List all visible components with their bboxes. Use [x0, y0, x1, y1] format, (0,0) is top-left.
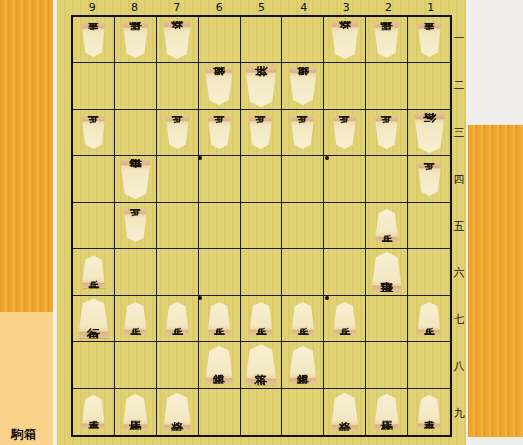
- shogi-piece-bishop-sente[interactable]: 角行: [77, 298, 110, 338]
- board-cell-2三[interactable]: 歩兵: [366, 110, 408, 156]
- board-cell-7二[interactable]: [157, 63, 199, 109]
- board-cell-1二[interactable]: [408, 63, 450, 109]
- board-cell-5一[interactable]: [241, 17, 283, 63]
- board-cell-4九[interactable]: [282, 389, 324, 435]
- board-cell-8四[interactable]: 飛車: [115, 156, 157, 202]
- rank-label-5: 五: [452, 203, 466, 250]
- rank-label-1: 一: [452, 15, 466, 62]
- board-cell-9八[interactable]: [73, 342, 115, 388]
- board-cell-7八[interactable]: [157, 342, 199, 388]
- shogi-app-window: 駒箱 987654321 香車桂馬金将金将桂馬香車銀将王将銀将歩兵歩兵歩兵歩兵歩…: [0, 0, 523, 445]
- board-cell-8五[interactable]: 歩兵: [115, 203, 157, 249]
- board-cell-5七[interactable]: 歩兵: [241, 296, 283, 342]
- file-label-5: 5: [240, 0, 282, 15]
- shogi-piece-lance-gote[interactable]: 香車: [417, 23, 442, 57]
- board-cell-1一[interactable]: 香車: [408, 17, 450, 63]
- board-cell-7三[interactable]: 歩兵: [157, 110, 199, 156]
- board-cell-8一[interactable]: 桂馬: [115, 17, 157, 63]
- shogi-piece-pawn-sente[interactable]: 歩兵: [290, 302, 315, 335]
- board-cell-6二[interactable]: 銀将: [199, 63, 241, 109]
- shogi-piece-rook-gote[interactable]: 飛車: [119, 159, 152, 199]
- shogi-piece-gold-sente[interactable]: 金将: [162, 393, 192, 431]
- board-cell-6八[interactable]: 銀将: [199, 342, 241, 388]
- file-coordinate-labels: 987654321: [71, 0, 452, 15]
- board-cell-1九[interactable]: 香車: [408, 389, 450, 435]
- file-label-9: 9: [71, 0, 113, 15]
- board-cell-6九[interactable]: [199, 389, 241, 435]
- rank-coordinate-labels: 一二三四五六七八九: [452, 15, 466, 437]
- board-cell-3六[interactable]: [324, 249, 366, 295]
- board-cell-8七[interactable]: 歩兵: [115, 296, 157, 342]
- board-cell-6五[interactable]: [199, 203, 241, 249]
- board-cell-3八[interactable]: [324, 342, 366, 388]
- board-cell-3七[interactable]: 歩兵: [324, 296, 366, 342]
- board-cell-5三[interactable]: 歩兵: [241, 110, 283, 156]
- board-cell-7一[interactable]: 金将: [157, 17, 199, 63]
- shogi-piece-pawn-sente[interactable]: 歩兵: [81, 255, 106, 288]
- shogi-piece-gold-gote[interactable]: 金将: [330, 21, 360, 59]
- shogi-piece-pawn-sente[interactable]: 歩兵: [207, 302, 232, 335]
- shogi-piece-pawn-gote[interactable]: 歩兵: [290, 116, 315, 149]
- file-label-1: 1: [410, 0, 452, 15]
- board-cell-3一[interactable]: 金将: [324, 17, 366, 63]
- board-cell-5六[interactable]: [241, 249, 283, 295]
- board-cell-5四[interactable]: [241, 156, 283, 202]
- board-cell-9一[interactable]: 香車: [73, 17, 115, 63]
- shogi-piece-pawn-gote[interactable]: 歩兵: [165, 116, 190, 149]
- shogi-piece-pawn-gote[interactable]: 歩兵: [207, 116, 232, 149]
- board-cell-1五[interactable]: [408, 203, 450, 249]
- shogi-piece-pawn-sente[interactable]: 歩兵: [248, 302, 273, 335]
- board-cell-8九[interactable]: 桂馬: [115, 389, 157, 435]
- board-cell-3二[interactable]: [324, 63, 366, 109]
- sente-piece-stand[interactable]: [468, 125, 523, 437]
- shogi-piece-knight-gote[interactable]: 桂馬: [373, 22, 400, 58]
- board-cell-6一[interactable]: [199, 17, 241, 63]
- shogi-piece-silver-gote[interactable]: 銀将: [204, 67, 234, 105]
- file-label-6: 6: [198, 0, 240, 15]
- shogi-piece-silver-sente[interactable]: 銀将: [288, 346, 318, 384]
- board-cell-6四[interactable]: [199, 156, 241, 202]
- shogi-piece-silver-sente[interactable]: 銀将: [204, 346, 234, 384]
- shogi-board[interactable]: 香車桂馬金将金将桂馬香車銀将王将銀将歩兵歩兵歩兵歩兵歩兵歩兵歩兵角行飛車歩兵歩兵…: [71, 15, 452, 437]
- board-cell-2五[interactable]: 歩兵: [366, 203, 408, 249]
- board-cell-5八[interactable]: 玉将: [241, 342, 283, 388]
- board-cell-2二[interactable]: [366, 63, 408, 109]
- board-cell-8八[interactable]: [115, 342, 157, 388]
- shogi-piece-pawn-gote[interactable]: 歩兵: [123, 209, 148, 242]
- gote-piece-stand[interactable]: [0, 0, 53, 312]
- board-cell-3四[interactable]: [324, 156, 366, 202]
- board-cell-1六[interactable]: [408, 249, 450, 295]
- board-cell-4三[interactable]: 歩兵: [282, 110, 324, 156]
- board-cell-5九[interactable]: [241, 389, 283, 435]
- board-cell-4五[interactable]: [282, 203, 324, 249]
- shogi-piece-pawn-gote[interactable]: 歩兵: [332, 116, 357, 149]
- rank-label-4: 四: [452, 156, 466, 203]
- shogi-piece-pawn-sente[interactable]: 歩兵: [417, 302, 442, 335]
- board-cell-9六[interactable]: 歩兵: [73, 249, 115, 295]
- rank-label-2: 二: [452, 62, 466, 109]
- board-cell-2四[interactable]: [366, 156, 408, 202]
- board-cell-9七[interactable]: 角行: [73, 296, 115, 342]
- board-cell-8六[interactable]: [115, 249, 157, 295]
- board-cell-7九[interactable]: 金将: [157, 389, 199, 435]
- rank-label-9: 九: [452, 390, 466, 437]
- shogi-piece-gold-sente[interactable]: 金将: [330, 393, 360, 431]
- board-cell-3九[interactable]: 金将: [324, 389, 366, 435]
- board-cell-6七[interactable]: 歩兵: [199, 296, 241, 342]
- board-cell-5五[interactable]: [241, 203, 283, 249]
- board-cell-5二[interactable]: 王将: [241, 63, 283, 109]
- board-cell-1三[interactable]: 角行: [408, 110, 450, 156]
- rank-label-3: 三: [452, 109, 466, 156]
- shogi-piece-gold-gote[interactable]: 金将: [162, 21, 192, 59]
- board-cell-9四[interactable]: [73, 156, 115, 202]
- board-cell-3五[interactable]: [324, 203, 366, 249]
- board-cell-7四[interactable]: [157, 156, 199, 202]
- shogi-piece-pawn-gote[interactable]: 歩兵: [417, 163, 442, 196]
- shogi-piece-pawn-gote[interactable]: 歩兵: [81, 116, 106, 149]
- board-cell-6三[interactable]: 歩兵: [199, 110, 241, 156]
- shogi-piece-king-gote[interactable]: 王将: [244, 66, 278, 107]
- shogi-piece-pawn-gote[interactable]: 歩兵: [248, 116, 273, 149]
- board-cell-2七[interactable]: [366, 296, 408, 342]
- board-cell-4七[interactable]: 歩兵: [282, 296, 324, 342]
- board-cell-4二[interactable]: 銀将: [282, 63, 324, 109]
- shogi-piece-lance-sente[interactable]: 香車: [81, 395, 106, 429]
- shogi-piece-silver-gote[interactable]: 銀将: [288, 67, 318, 105]
- board-cell-1七[interactable]: 歩兵: [408, 296, 450, 342]
- board-cell-4四[interactable]: [282, 156, 324, 202]
- shogi-piece-knight-gote[interactable]: 桂馬: [122, 22, 149, 58]
- board-cell-7七[interactable]: 歩兵: [157, 296, 199, 342]
- board-cell-2六[interactable]: 飛車: [366, 249, 408, 295]
- board-cell-6六[interactable]: [199, 249, 241, 295]
- shogi-piece-knight-sente[interactable]: 桂馬: [373, 394, 400, 430]
- shogi-piece-pawn-sente[interactable]: 歩兵: [123, 302, 148, 335]
- shogi-piece-pawn-sente[interactable]: 歩兵: [165, 302, 190, 335]
- file-label-2: 2: [367, 0, 409, 15]
- board-cell-9二[interactable]: [73, 63, 115, 109]
- board-cell-4六[interactable]: [282, 249, 324, 295]
- file-label-4: 4: [283, 0, 325, 15]
- board-cell-2九[interactable]: 桂馬: [366, 389, 408, 435]
- board-cell-1八[interactable]: [408, 342, 450, 388]
- file-label-3: 3: [325, 0, 367, 15]
- shogi-piece-pawn-sente[interactable]: 歩兵: [332, 302, 357, 335]
- board-cell-7六[interactable]: [157, 249, 199, 295]
- shogi-piece-lance-gote[interactable]: 香車: [81, 23, 106, 57]
- file-label-7: 7: [156, 0, 198, 15]
- board-cell-4八[interactable]: 銀将: [282, 342, 324, 388]
- shogi-piece-pawn-sente[interactable]: 歩兵: [374, 209, 399, 242]
- board-cell-8三[interactable]: [115, 110, 157, 156]
- shogi-piece-lance-sente[interactable]: 香車: [417, 395, 442, 429]
- board-cell-2一[interactable]: 桂馬: [366, 17, 408, 63]
- rank-label-6: 六: [452, 249, 466, 296]
- shogi-piece-pawn-gote[interactable]: 歩兵: [374, 116, 399, 149]
- board-cell-9五[interactable]: [73, 203, 115, 249]
- board-cell-7五[interactable]: [157, 203, 199, 249]
- board-cell-1四[interactable]: 歩兵: [408, 156, 450, 202]
- board-cell-9三[interactable]: 歩兵: [73, 110, 115, 156]
- shogi-piece-bishop-gote[interactable]: 角行: [413, 113, 446, 153]
- shogi-piece-king-sente[interactable]: 玉将: [244, 344, 278, 385]
- file-label-8: 8: [113, 0, 155, 15]
- piece-box-tray[interactable]: 駒箱: [0, 312, 53, 445]
- board-cell-3三[interactable]: 歩兵: [324, 110, 366, 156]
- shogi-piece-rook-sente[interactable]: 飛車: [370, 252, 403, 292]
- board-cell-8二[interactable]: [115, 63, 157, 109]
- shogi-piece-knight-sente[interactable]: 桂馬: [122, 394, 149, 430]
- rank-label-7: 七: [452, 296, 466, 343]
- rank-label-8: 八: [452, 343, 466, 390]
- board-cell-9九[interactable]: 香車: [73, 389, 115, 435]
- board-cell-2八[interactable]: [366, 342, 408, 388]
- board-panel: 987654321 香車桂馬金将金将桂馬香車銀将王将銀将歩兵歩兵歩兵歩兵歩兵歩兵…: [57, 0, 466, 445]
- piece-box-label: 駒箱: [11, 426, 37, 443]
- board-cell-4一[interactable]: [282, 17, 324, 63]
